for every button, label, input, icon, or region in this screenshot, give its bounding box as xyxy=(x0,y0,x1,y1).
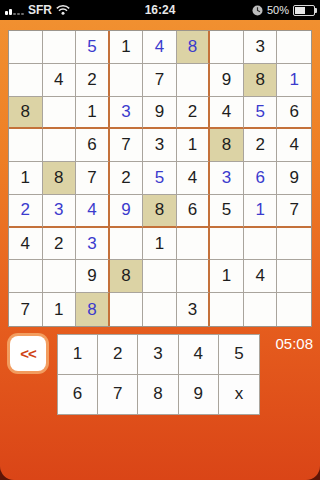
numpad-5[interactable]: 5 xyxy=(219,335,259,375)
numpad-7[interactable]: 7 xyxy=(98,375,138,415)
numpad-1[interactable]: 1 xyxy=(58,335,98,375)
cell-r9c5[interactable] xyxy=(143,293,177,326)
cell-r1c7[interactable] xyxy=(210,31,244,64)
cell-r5c7[interactable]: 3 xyxy=(210,162,244,195)
cell-r5c3[interactable]: 7 xyxy=(76,162,110,195)
cell-r6c7[interactable]: 5 xyxy=(210,195,244,228)
cell-r9c2[interactable]: 1 xyxy=(43,293,77,326)
numpad-x[interactable]: x xyxy=(219,375,259,415)
cell-r4c1[interactable] xyxy=(9,129,43,162)
timer-label: 05:08 xyxy=(275,335,313,352)
cell-r4c6[interactable]: 1 xyxy=(177,129,211,162)
number-pad: 123456789x xyxy=(57,334,260,415)
battery-icon xyxy=(293,5,315,16)
cell-r8c3[interactable]: 9 xyxy=(76,260,110,293)
cell-r1c4[interactable]: 1 xyxy=(110,31,144,64)
cell-r9c7[interactable] xyxy=(210,293,244,326)
cell-r3c8[interactable]: 5 xyxy=(244,97,278,130)
cell-r5c5[interactable]: 5 xyxy=(143,162,177,195)
sudoku-app: 5148342798181392456673182418725436923498… xyxy=(0,20,320,480)
cell-r5c8[interactable]: 6 xyxy=(244,162,278,195)
cell-r3c3[interactable]: 1 xyxy=(76,97,110,130)
cell-r7c1[interactable]: 4 xyxy=(9,228,43,261)
cell-r8c4[interactable]: 8 xyxy=(110,260,144,293)
cell-r5c9[interactable]: 9 xyxy=(277,162,311,195)
cell-r7c9[interactable] xyxy=(277,228,311,261)
cell-r7c5[interactable]: 1 xyxy=(143,228,177,261)
cell-r6c8[interactable]: 1 xyxy=(244,195,278,228)
cell-r2c4[interactable] xyxy=(110,64,144,97)
cell-r6c6[interactable]: 6 xyxy=(177,195,211,228)
numpad-2[interactable]: 2 xyxy=(98,335,138,375)
cell-r2c1[interactable] xyxy=(9,64,43,97)
cell-r7c7[interactable] xyxy=(210,228,244,261)
cell-r2c7[interactable]: 9 xyxy=(210,64,244,97)
cell-r6c3[interactable]: 4 xyxy=(76,195,110,228)
cell-r8c5[interactable] xyxy=(143,260,177,293)
cell-r9c4[interactable] xyxy=(110,293,144,326)
cell-r2c5[interactable]: 7 xyxy=(143,64,177,97)
status-bar: SFR 16:24 50% xyxy=(0,0,320,20)
numpad-3[interactable]: 3 xyxy=(138,335,178,375)
cell-r2c9[interactable]: 1 xyxy=(277,64,311,97)
cell-r4c7[interactable]: 8 xyxy=(210,129,244,162)
cell-r7c4[interactable] xyxy=(110,228,144,261)
cell-r3c2[interactable] xyxy=(43,97,77,130)
cell-r6c5[interactable]: 8 xyxy=(143,195,177,228)
cell-r1c8[interactable]: 3 xyxy=(244,31,278,64)
numpad-9[interactable]: 9 xyxy=(179,375,219,415)
cell-r9c1[interactable]: 7 xyxy=(9,293,43,326)
cell-r5c4[interactable]: 2 xyxy=(110,162,144,195)
cell-r1c1[interactable] xyxy=(9,31,43,64)
cell-r9c6[interactable]: 3 xyxy=(177,293,211,326)
cell-r3c4[interactable]: 3 xyxy=(110,97,144,130)
undo-back-button[interactable]: << xyxy=(10,336,46,371)
cell-r7c6[interactable] xyxy=(177,228,211,261)
cell-r4c4[interactable]: 7 xyxy=(110,129,144,162)
cell-r3c5[interactable]: 9 xyxy=(143,97,177,130)
numpad-8[interactable]: 8 xyxy=(138,375,178,415)
cell-r1c9[interactable] xyxy=(277,31,311,64)
cell-r6c1[interactable]: 2 xyxy=(9,195,43,228)
status-time: 16:24 xyxy=(0,3,320,17)
cell-r7c2[interactable]: 2 xyxy=(43,228,77,261)
cell-r9c3[interactable]: 8 xyxy=(76,293,110,326)
cell-r1c2[interactable] xyxy=(43,31,77,64)
numpad-6[interactable]: 6 xyxy=(58,375,98,415)
cell-r8c7[interactable]: 1 xyxy=(210,260,244,293)
cell-r1c6[interactable]: 8 xyxy=(177,31,211,64)
cell-r7c3[interactable]: 3 xyxy=(76,228,110,261)
numpad-4[interactable]: 4 xyxy=(179,335,219,375)
cell-r9c8[interactable] xyxy=(244,293,278,326)
cell-r6c4[interactable]: 9 xyxy=(110,195,144,228)
cell-r2c3[interactable]: 2 xyxy=(76,64,110,97)
cell-r4c5[interactable]: 3 xyxy=(143,129,177,162)
cell-r4c9[interactable]: 4 xyxy=(277,129,311,162)
cell-r7c8[interactable] xyxy=(244,228,278,261)
cell-r3c1[interactable]: 8 xyxy=(9,97,43,130)
cell-r9c9[interactable] xyxy=(277,293,311,326)
cell-r2c8[interactable]: 8 xyxy=(244,64,278,97)
screen: SFR 16:24 50% 51483427981813924566731824… xyxy=(0,0,320,480)
cell-r2c6[interactable] xyxy=(177,64,211,97)
cell-r4c2[interactable] xyxy=(43,129,77,162)
cell-r3c9[interactable]: 6 xyxy=(277,97,311,130)
cell-r5c6[interactable]: 4 xyxy=(177,162,211,195)
cell-r5c1[interactable]: 1 xyxy=(9,162,43,195)
sudoku-board: 5148342798181392456673182418725436923498… xyxy=(8,30,312,327)
cell-r6c9[interactable]: 7 xyxy=(277,195,311,228)
cell-r1c3[interactable]: 5 xyxy=(76,31,110,64)
cell-r5c2[interactable]: 8 xyxy=(43,162,77,195)
cell-r4c8[interactable]: 2 xyxy=(244,129,278,162)
cell-r3c7[interactable]: 4 xyxy=(210,97,244,130)
cell-r8c6[interactable] xyxy=(177,260,211,293)
cell-r8c9[interactable] xyxy=(277,260,311,293)
cell-r3c6[interactable]: 2 xyxy=(177,97,211,130)
cell-r8c2[interactable] xyxy=(43,260,77,293)
cell-r8c8[interactable]: 4 xyxy=(244,260,278,293)
cell-r4c3[interactable]: 6 xyxy=(76,129,110,162)
cell-r2c2[interactable]: 4 xyxy=(43,64,77,97)
cell-r8c1[interactable] xyxy=(9,260,43,293)
cell-r1c5[interactable]: 4 xyxy=(143,31,177,64)
cell-r6c2[interactable]: 3 xyxy=(43,195,77,228)
